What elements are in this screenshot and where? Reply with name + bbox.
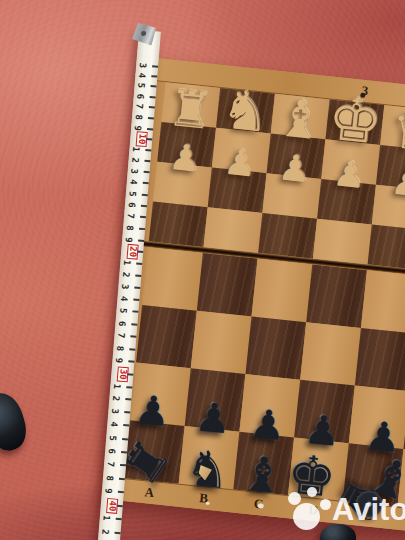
- tape-number: 6: [107, 448, 117, 454]
- square-e5: [368, 224, 405, 270]
- black-pawn: ♟: [193, 396, 233, 440]
- square-d2: ♟: [294, 380, 355, 443]
- tape-cm-tick: [120, 464, 126, 466]
- tape-number: 2: [121, 272, 131, 278]
- tape-number: 3: [110, 409, 120, 415]
- tape-number: 3: [138, 62, 148, 68]
- tape-number: 7: [134, 104, 144, 110]
- square-a8: ♜: [161, 82, 220, 128]
- black-bishop: ♝: [239, 448, 287, 500]
- avito-watermark-text: Avito: [332, 492, 405, 528]
- tape-cm-tick: [119, 477, 125, 479]
- square-b4: [197, 253, 258, 316]
- tape-number: 4: [119, 296, 129, 302]
- paint-scuff: [206, 502, 210, 505]
- square-d4: [306, 264, 367, 327]
- black-pawn: ♟: [133, 389, 173, 433]
- square-e8: ♛: [380, 105, 405, 151]
- tape-cm-tick: [145, 149, 151, 151]
- tape-cm-tick: [124, 411, 130, 413]
- tape-cm-tick: [137, 251, 143, 253]
- tape-cm-tick: [144, 160, 150, 162]
- tape-cm-tick: [138, 239, 144, 241]
- black-pawn: ♟: [248, 403, 288, 447]
- tape-cm-tick: [146, 138, 152, 140]
- tape-cm-tick: [127, 373, 133, 375]
- tape-cm-tick: [126, 386, 132, 388]
- tape-number: 6: [117, 320, 127, 326]
- tape-number: 4: [109, 422, 119, 428]
- tape-number: 2: [100, 529, 110, 535]
- tape-cm-tick: [140, 216, 146, 218]
- tape-cm-tick: [150, 86, 156, 88]
- tape-cm-tick: [123, 424, 129, 426]
- tape-cm-tick: [150, 96, 156, 98]
- tape-mark-30: 30: [111, 368, 134, 382]
- square-b3: [191, 311, 252, 374]
- tape-cm-tick: [142, 193, 148, 195]
- square-b2: ♟: [185, 368, 246, 431]
- square-d5: [313, 219, 372, 265]
- tape-cm-tick: [151, 75, 157, 77]
- king-finial-dot: [360, 93, 365, 98]
- white-king-piece: ♚: [325, 88, 385, 153]
- tape-cm-tick: [136, 263, 142, 265]
- avito-logo-circle: [288, 492, 301, 505]
- square-e3: [355, 328, 405, 391]
- tape-cm-tick: [122, 437, 128, 439]
- tape-mark-8: 8: [102, 472, 125, 486]
- tape-mark-2: 2: [98, 527, 121, 540]
- tape-number: 7: [126, 213, 136, 219]
- tape-cm-tick: [125, 398, 131, 400]
- tape-number: 3: [129, 168, 139, 174]
- tape-cm-tick: [141, 205, 147, 207]
- square-c5: [258, 213, 317, 259]
- tape-number: 8: [115, 345, 125, 351]
- tape-number: 5: [127, 191, 137, 197]
- square-c3: [245, 316, 306, 379]
- white-pawn: ♟: [167, 139, 203, 178]
- tape-mark-7: 7: [104, 459, 127, 473]
- white-queen-piece: ♛: [388, 102, 405, 161]
- tape-mark-1: 1: [99, 513, 122, 527]
- tape-cm-tick: [152, 65, 158, 67]
- white-bishop: ♝: [274, 91, 326, 148]
- tape-number: 1: [122, 260, 132, 266]
- square-d8: ♚: [325, 99, 384, 145]
- tape-mark-8: 8: [113, 342, 136, 356]
- tape-cm-tick: [116, 518, 122, 520]
- tape-number: 5: [136, 83, 146, 89]
- square-e4: [361, 270, 405, 333]
- square-c4: [252, 259, 313, 322]
- tape-number: 2: [130, 157, 140, 163]
- tape-mark-7: 7: [114, 330, 137, 344]
- tape-number: 3: [120, 284, 130, 290]
- white-pawn: ♟: [277, 150, 313, 189]
- white-pawn-piece: ♟: [389, 161, 405, 202]
- photo-scene: 3 ♜♞♝♚♛♟♟♟♟♟ ♟♟♟♟♟♜♞♝♚♛♝ ABCDEF 34567891…: [0, 0, 405, 540]
- tape-mark-5: 5: [106, 432, 129, 446]
- paint-scuff: [258, 503, 264, 509]
- tape-cm-tick: [135, 275, 141, 277]
- tape-cm-tick: [139, 228, 145, 230]
- tape-number: 8: [105, 475, 115, 481]
- tape-cm-tick: [118, 491, 124, 493]
- tape-cm-tick: [131, 323, 137, 325]
- tape-number: 4: [128, 179, 138, 185]
- tape-number: 7: [116, 332, 126, 338]
- tape-number: 4: [137, 72, 147, 78]
- tape-number: 1: [131, 146, 141, 152]
- tape-number: 6: [135, 93, 145, 99]
- tape-number: 8: [134, 114, 144, 120]
- tape-cm-tick: [149, 106, 155, 108]
- tape-number: 2: [111, 396, 121, 402]
- avito-logo-circle: [293, 503, 320, 530]
- tape-cm-tick: [133, 299, 139, 301]
- tape-mark-9: 9: [101, 486, 124, 500]
- square-c8: ♝: [271, 94, 330, 140]
- tape-cm-tick: [132, 311, 138, 313]
- tape-mark-40: 40: [100, 499, 123, 513]
- chess-board: 3 ♜♞♝♚♛♟♟♟♟♟ ♟♟♟♟♟♜♞♝♚♛♝ ABCDEF: [110, 58, 405, 535]
- tape-mark-6: 6: [105, 445, 128, 459]
- square-a3: [136, 305, 197, 368]
- tape-number: 9: [133, 125, 143, 131]
- square-a2: ♟: [130, 363, 191, 426]
- tape-number: 6: [126, 202, 136, 208]
- tape-number: 9: [103, 488, 113, 494]
- tape-cm-tick: [129, 348, 135, 350]
- white-pawn: ♟: [331, 155, 367, 194]
- avito-logo-circle: [307, 487, 317, 497]
- tape-mark-3: 3: [108, 406, 131, 420]
- tape-number: 8: [125, 225, 135, 231]
- white-pawn: ♟: [222, 144, 258, 183]
- square-e2: ♟: [349, 386, 405, 449]
- tape-number: 1: [112, 383, 122, 389]
- tape-mark-2: 2: [109, 393, 132, 407]
- tape-cm-tick: [115, 532, 121, 534]
- tape-number: 9: [124, 236, 134, 242]
- tape-cm-tick: [134, 287, 140, 289]
- tape-number: 7: [106, 461, 116, 467]
- square-d3: [300, 322, 361, 385]
- tape-number: 9: [114, 357, 124, 363]
- square-c2: ♟: [239, 374, 300, 437]
- avito-logo-circle: [320, 499, 331, 510]
- board-lower-half: ♟♟♟♟♟♜♞♝♚♛♝: [112, 246, 405, 512]
- tape-cm-tick: [147, 128, 153, 130]
- tape-cm-tick: [117, 504, 123, 506]
- square-b8: ♞: [216, 88, 275, 134]
- square-a4: [142, 247, 203, 310]
- tape-number: 1: [101, 515, 111, 521]
- square-a5: [149, 201, 208, 247]
- tape-mark-1: 1: [110, 380, 133, 394]
- tape-number: 5: [108, 435, 118, 441]
- tape-cm-tick: [130, 335, 136, 337]
- tape-cm-tick: [121, 451, 127, 453]
- loose-black-piece-left: [0, 389, 32, 456]
- tape-cm-tick: [148, 117, 154, 119]
- tape-cm-tick: [143, 182, 149, 184]
- white-rook: ♜: [165, 83, 215, 137]
- tape-mark-4: 4: [107, 419, 130, 433]
- square-b5: [204, 207, 263, 253]
- tape-cm-tick: [128, 360, 134, 362]
- white-knight: ♞: [218, 82, 272, 141]
- tape-number: 5: [118, 308, 128, 314]
- tape-cm-tick: [144, 171, 150, 173]
